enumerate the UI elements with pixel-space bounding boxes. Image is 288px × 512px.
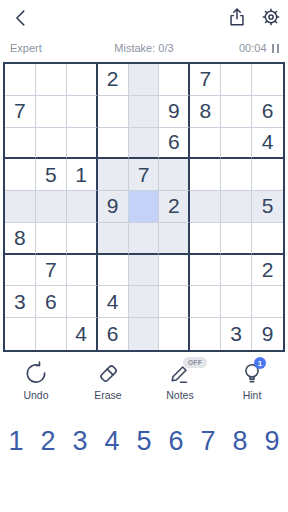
- cell-r8c4[interactable]: 4: [98, 286, 129, 318]
- cell-r2c4[interactable]: [98, 96, 129, 128]
- cell-r7c6[interactable]: [159, 255, 190, 287]
- cell-r6c9[interactable]: [252, 223, 283, 255]
- numpad-5[interactable]: 5: [128, 424, 160, 458]
- bulb-icon: 1: [239, 360, 265, 386]
- cell-r3c1[interactable]: [5, 128, 36, 160]
- cell-r6c3[interactable]: [67, 223, 98, 255]
- cell-r9c1[interactable]: [5, 318, 36, 350]
- cell-r6c8[interactable]: [221, 223, 252, 255]
- cell-r3c3[interactable]: [67, 128, 98, 160]
- cell-r1c2[interactable]: [36, 64, 67, 96]
- cell-r4c1[interactable]: [5, 159, 36, 191]
- cell-r1c7[interactable]: 7: [190, 64, 221, 96]
- cell-r8c7[interactable]: [190, 286, 221, 318]
- cell-r9c8[interactable]: 3: [221, 318, 252, 350]
- numpad: 123456789: [0, 424, 288, 458]
- cell-r9c9[interactable]: 9: [252, 318, 283, 350]
- cell-r2c8[interactable]: [221, 96, 252, 128]
- cell-r8c8[interactable]: [221, 286, 252, 318]
- cell-r5c8[interactable]: [221, 191, 252, 223]
- cell-r8c9[interactable]: [252, 286, 283, 318]
- cell-r5c4[interactable]: 9: [98, 191, 129, 223]
- hint-button[interactable]: 1 Hint: [216, 358, 288, 406]
- cell-r3c2[interactable]: [36, 128, 67, 160]
- cell-r1c8[interactable]: [221, 64, 252, 96]
- cell-r3c8[interactable]: [221, 128, 252, 160]
- cell-r7c1[interactable]: [5, 255, 36, 287]
- numpad-4[interactable]: 4: [96, 424, 128, 458]
- erase-button[interactable]: Erase: [72, 358, 144, 406]
- hint-count-badge: 1: [254, 357, 266, 369]
- numpad-1[interactable]: 1: [0, 424, 32, 458]
- cell-r5c9[interactable]: 5: [252, 191, 283, 223]
- cell-r1c6[interactable]: [159, 64, 190, 96]
- numpad-9[interactable]: 9: [256, 424, 288, 458]
- undo-label: Undo: [23, 389, 48, 401]
- notes-button[interactable]: OFF Notes: [144, 358, 216, 406]
- cell-r7c4[interactable]: [98, 255, 129, 287]
- toolbar: Undo Erase OFF Notes: [0, 358, 288, 406]
- pencil-icon: OFF: [167, 360, 193, 386]
- cell-r6c5[interactable]: [129, 223, 160, 255]
- cell-r4c5[interactable]: 7: [129, 159, 160, 191]
- cell-r5c2[interactable]: [36, 191, 67, 223]
- cell-r5c5[interactable]: [129, 191, 160, 223]
- cell-r8c3[interactable]: [67, 286, 98, 318]
- numpad-7[interactable]: 7: [192, 424, 224, 458]
- share-icon[interactable]: [226, 6, 248, 28]
- cell-r2c6[interactable]: 9: [159, 96, 190, 128]
- cell-r5c7[interactable]: [190, 191, 221, 223]
- cell-r9c6[interactable]: [159, 318, 190, 350]
- cell-r7c8[interactable]: [221, 255, 252, 287]
- cell-r3c4[interactable]: [98, 128, 129, 160]
- cell-r9c4[interactable]: 6: [98, 318, 129, 350]
- cell-r4c2[interactable]: 5: [36, 159, 67, 191]
- cell-r4c4[interactable]: [98, 159, 129, 191]
- cell-r2c2[interactable]: [36, 96, 67, 128]
- cell-r8c6[interactable]: [159, 286, 190, 318]
- notes-label: Notes: [166, 389, 193, 401]
- hint-label: Hint: [243, 389, 262, 401]
- cell-r6c4[interactable]: [98, 223, 129, 255]
- cell-r6c6[interactable]: [159, 223, 190, 255]
- cell-r1c5[interactable]: [129, 64, 160, 96]
- cell-r1c9[interactable]: [252, 64, 283, 96]
- cell-r7c2[interactable]: 7: [36, 255, 67, 287]
- back-chevron-icon[interactable]: [10, 7, 32, 29]
- cell-r4c6[interactable]: [159, 159, 190, 191]
- gear-icon[interactable]: [260, 6, 282, 28]
- cell-r2c3[interactable]: [67, 96, 98, 128]
- cell-r4c8[interactable]: [221, 159, 252, 191]
- cell-r3c6[interactable]: 6: [159, 128, 190, 160]
- numpad-3[interactable]: 3: [64, 424, 96, 458]
- undo-button[interactable]: Undo: [0, 358, 72, 406]
- erase-label: Erase: [94, 389, 121, 401]
- sudoku-app: Expert Mistake: 0/3 00:04 27798664517925…: [0, 0, 288, 512]
- cell-r4c3[interactable]: 1: [67, 159, 98, 191]
- cell-r6c1[interactable]: 8: [5, 223, 36, 255]
- cell-r2c7[interactable]: 8: [190, 96, 221, 128]
- cell-r8c5[interactable]: [129, 286, 160, 318]
- numpad-6[interactable]: 6: [160, 424, 192, 458]
- cell-r3c9[interactable]: 4: [252, 128, 283, 160]
- cell-r1c3[interactable]: [67, 64, 98, 96]
- cell-r5c6[interactable]: 2: [159, 191, 190, 223]
- cell-r6c7[interactable]: [190, 223, 221, 255]
- cell-r9c5[interactable]: [129, 318, 160, 350]
- cell-r5c1[interactable]: [5, 191, 36, 223]
- status-bar: Expert Mistake: 0/3 00:04: [0, 40, 288, 56]
- cell-r3c5[interactable]: [129, 128, 160, 160]
- cell-r4c9[interactable]: [252, 159, 283, 191]
- numpad-8[interactable]: 8: [224, 424, 256, 458]
- numpad-2[interactable]: 2: [32, 424, 64, 458]
- cell-r2c1[interactable]: 7: [5, 96, 36, 128]
- cell-r1c1[interactable]: [5, 64, 36, 96]
- header: [0, 0, 288, 34]
- cell-r5c3[interactable]: [67, 191, 98, 223]
- sudoku-board: 277986645179258723644639: [3, 62, 285, 352]
- cell-r8c2[interactable]: 6: [36, 286, 67, 318]
- cell-r4c7[interactable]: [190, 159, 221, 191]
- undo-icon: [23, 360, 49, 386]
- timer: 00:04: [239, 42, 267, 54]
- pause-button[interactable]: [272, 44, 280, 53]
- cell-r2c9[interactable]: 6: [252, 96, 283, 128]
- eraser-icon: [95, 360, 121, 386]
- cell-r7c9[interactable]: 2: [252, 255, 283, 287]
- cell-r3c7[interactable]: [190, 128, 221, 160]
- cell-r7c5[interactable]: [129, 255, 160, 287]
- cell-r6c2[interactable]: [36, 223, 67, 255]
- cell-r8c1[interactable]: 3: [5, 286, 36, 318]
- cell-r9c2[interactable]: [36, 318, 67, 350]
- notes-off-badge: OFF: [183, 357, 207, 368]
- cell-r1c4[interactable]: 2: [98, 64, 129, 96]
- cell-r7c7[interactable]: [190, 255, 221, 287]
- cell-r2c5[interactable]: [129, 96, 160, 128]
- cell-r9c7[interactable]: [190, 318, 221, 350]
- cell-r7c3[interactable]: [67, 255, 98, 287]
- cell-r9c3[interactable]: 4: [67, 318, 98, 350]
